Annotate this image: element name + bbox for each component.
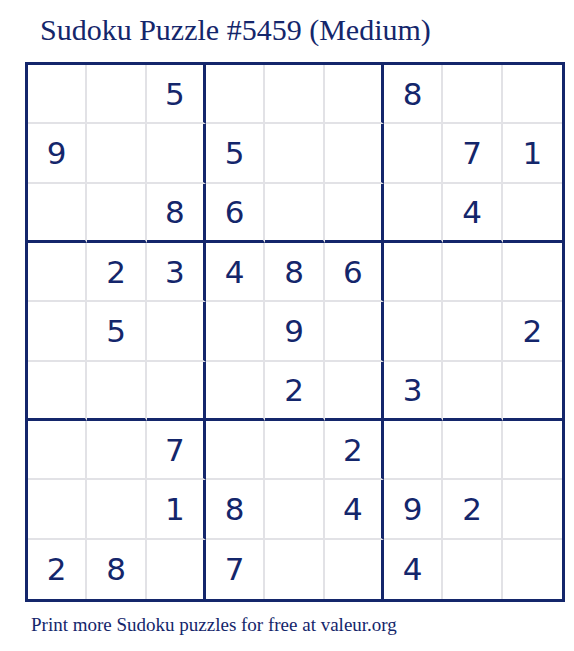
- page-title: Sudoku Puzzle #5459 (Medium): [40, 13, 431, 47]
- cell-r6c6[interactable]: [325, 362, 384, 421]
- cell-r7c8[interactable]: [443, 421, 502, 480]
- cell-r8c1[interactable]: [28, 480, 87, 539]
- cell-r4c1[interactable]: [28, 243, 87, 302]
- cell-r3c5[interactable]: [265, 184, 324, 243]
- cell-r9c6[interactable]: [325, 540, 384, 599]
- cell-r5c8[interactable]: [443, 302, 502, 361]
- cell-r1c4[interactable]: [206, 65, 265, 124]
- cell-r9c4[interactable]: 7: [206, 540, 265, 599]
- cell-r4c3[interactable]: 3: [147, 243, 206, 302]
- cell-r1c8[interactable]: [443, 65, 502, 124]
- cell-r5c1[interactable]: [28, 302, 87, 361]
- cell-r2c2[interactable]: [87, 124, 146, 183]
- cell-r7c9[interactable]: [503, 421, 562, 480]
- cell-r8c9[interactable]: [503, 480, 562, 539]
- cell-r1c3[interactable]: 5: [147, 65, 206, 124]
- cell-r3c9[interactable]: [503, 184, 562, 243]
- page: Sudoku Puzzle #5459 (Medium) 58957186423…: [0, 0, 574, 651]
- cell-r2c8[interactable]: 7: [443, 124, 502, 183]
- cell-r9c1[interactable]: 2: [28, 540, 87, 599]
- cell-r6c4[interactable]: [206, 362, 265, 421]
- cell-r2c3[interactable]: [147, 124, 206, 183]
- cell-r6c8[interactable]: [443, 362, 502, 421]
- cell-r6c7[interactable]: 3: [384, 362, 443, 421]
- cell-r9c9[interactable]: [503, 540, 562, 599]
- cell-r7c1[interactable]: [28, 421, 87, 480]
- cell-r7c2[interactable]: [87, 421, 146, 480]
- cell-r2c7[interactable]: [384, 124, 443, 183]
- cell-r1c7[interactable]: 8: [384, 65, 443, 124]
- cell-r5c7[interactable]: [384, 302, 443, 361]
- cell-r3c8[interactable]: 4: [443, 184, 502, 243]
- cell-r3c4[interactable]: 6: [206, 184, 265, 243]
- cell-r7c3[interactable]: 7: [147, 421, 206, 480]
- footer-text: Print more Sudoku puzzles for free at va…: [31, 614, 397, 636]
- cell-r6c2[interactable]: [87, 362, 146, 421]
- cell-r5c6[interactable]: [325, 302, 384, 361]
- cell-r9c7[interactable]: 4: [384, 540, 443, 599]
- cell-r8c5[interactable]: [265, 480, 324, 539]
- cell-r7c7[interactable]: [384, 421, 443, 480]
- cell-r5c2[interactable]: 5: [87, 302, 146, 361]
- cell-r4c9[interactable]: [503, 243, 562, 302]
- cell-r8c2[interactable]: [87, 480, 146, 539]
- cell-r1c2[interactable]: [87, 65, 146, 124]
- cell-r2c9[interactable]: 1: [503, 124, 562, 183]
- cell-r1c9[interactable]: [503, 65, 562, 124]
- cell-r5c3[interactable]: [147, 302, 206, 361]
- cell-r6c5[interactable]: 2: [265, 362, 324, 421]
- cell-r3c6[interactable]: [325, 184, 384, 243]
- cell-r6c3[interactable]: [147, 362, 206, 421]
- cell-r6c1[interactable]: [28, 362, 87, 421]
- cell-r2c5[interactable]: [265, 124, 324, 183]
- cell-r8c6[interactable]: 4: [325, 480, 384, 539]
- cell-r9c3[interactable]: [147, 540, 206, 599]
- cell-r6c9[interactable]: [503, 362, 562, 421]
- cell-r9c2[interactable]: 8: [87, 540, 146, 599]
- cell-r4c4[interactable]: 4: [206, 243, 265, 302]
- cell-r9c5[interactable]: [265, 540, 324, 599]
- cell-r2c4[interactable]: 5: [206, 124, 265, 183]
- cell-r4c5[interactable]: 8: [265, 243, 324, 302]
- cell-r1c6[interactable]: [325, 65, 384, 124]
- cell-r3c3[interactable]: 8: [147, 184, 206, 243]
- cell-r3c1[interactable]: [28, 184, 87, 243]
- cell-r1c5[interactable]: [265, 65, 324, 124]
- cell-r4c6[interactable]: 6: [325, 243, 384, 302]
- cell-r2c6[interactable]: [325, 124, 384, 183]
- cell-r2c1[interactable]: 9: [28, 124, 87, 183]
- cell-r4c7[interactable]: [384, 243, 443, 302]
- cell-r5c9[interactable]: 2: [503, 302, 562, 361]
- cell-r3c7[interactable]: [384, 184, 443, 243]
- sudoku-grid: 589571864234865922372184922874: [25, 62, 565, 602]
- cell-r7c6[interactable]: 2: [325, 421, 384, 480]
- cell-r8c8[interactable]: 2: [443, 480, 502, 539]
- cell-r8c7[interactable]: 9: [384, 480, 443, 539]
- cell-r5c4[interactable]: [206, 302, 265, 361]
- cell-r4c2[interactable]: 2: [87, 243, 146, 302]
- cell-r7c5[interactable]: [265, 421, 324, 480]
- cell-r3c2[interactable]: [87, 184, 146, 243]
- cell-r4c8[interactable]: [443, 243, 502, 302]
- cell-r8c4[interactable]: 8: [206, 480, 265, 539]
- cell-r7c4[interactable]: [206, 421, 265, 480]
- cell-r1c1[interactable]: [28, 65, 87, 124]
- cell-r9c8[interactable]: [443, 540, 502, 599]
- cell-r8c3[interactable]: 1: [147, 480, 206, 539]
- cell-r5c5[interactable]: 9: [265, 302, 324, 361]
